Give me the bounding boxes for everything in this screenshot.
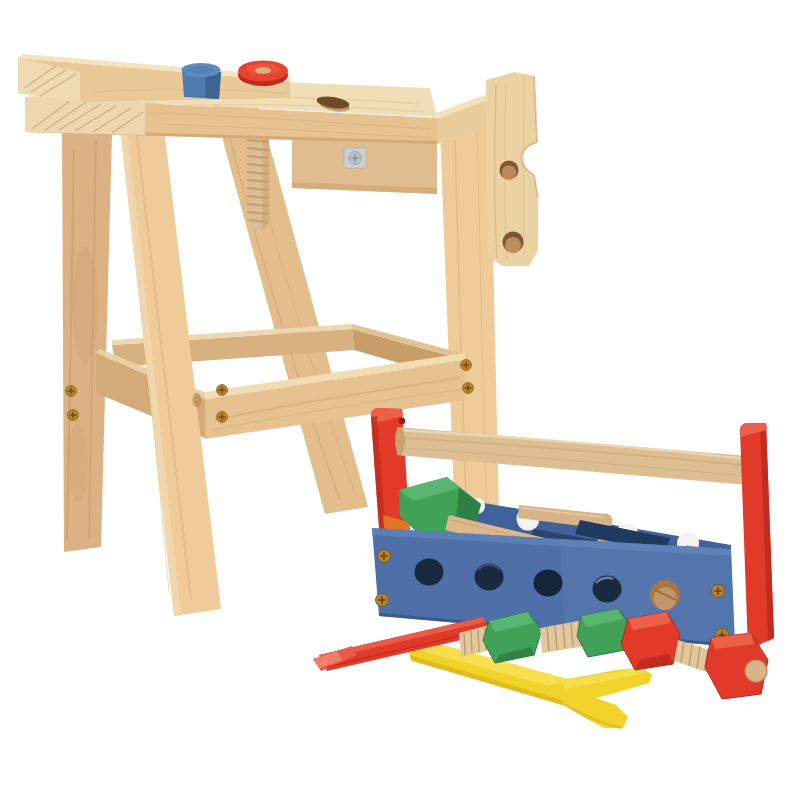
panel-hole <box>415 559 444 586</box>
red-screw-knob <box>238 61 288 87</box>
blue-clamp-knob <box>182 63 222 99</box>
wood-knot <box>193 393 202 407</box>
wood-mottle <box>72 247 98 363</box>
screw-icon <box>461 360 472 371</box>
metal-screw-plate <box>344 148 366 168</box>
toy-workbench-scene <box>0 0 800 800</box>
bolt-wood-core <box>745 660 767 682</box>
screw-icon <box>217 412 228 423</box>
screw-icon <box>217 385 228 396</box>
handle-end-grain <box>395 427 405 455</box>
screw-icon <box>399 418 405 424</box>
screw-icon <box>378 550 391 563</box>
screw-icon <box>66 386 77 397</box>
panel-hole <box>534 570 563 597</box>
panel-hole <box>475 564 504 591</box>
wood-mottle <box>68 422 88 502</box>
panel-hole-wood <box>650 580 680 610</box>
red-hex-nut <box>621 612 680 670</box>
product-photo <box>0 0 800 800</box>
screw-icon <box>376 594 389 607</box>
green-hex-nut <box>577 609 631 657</box>
screw-icon <box>712 585 725 598</box>
screw-icon <box>68 410 79 421</box>
panel-hole <box>593 576 622 603</box>
screw-icon <box>463 383 474 394</box>
vise-screw <box>247 132 269 231</box>
